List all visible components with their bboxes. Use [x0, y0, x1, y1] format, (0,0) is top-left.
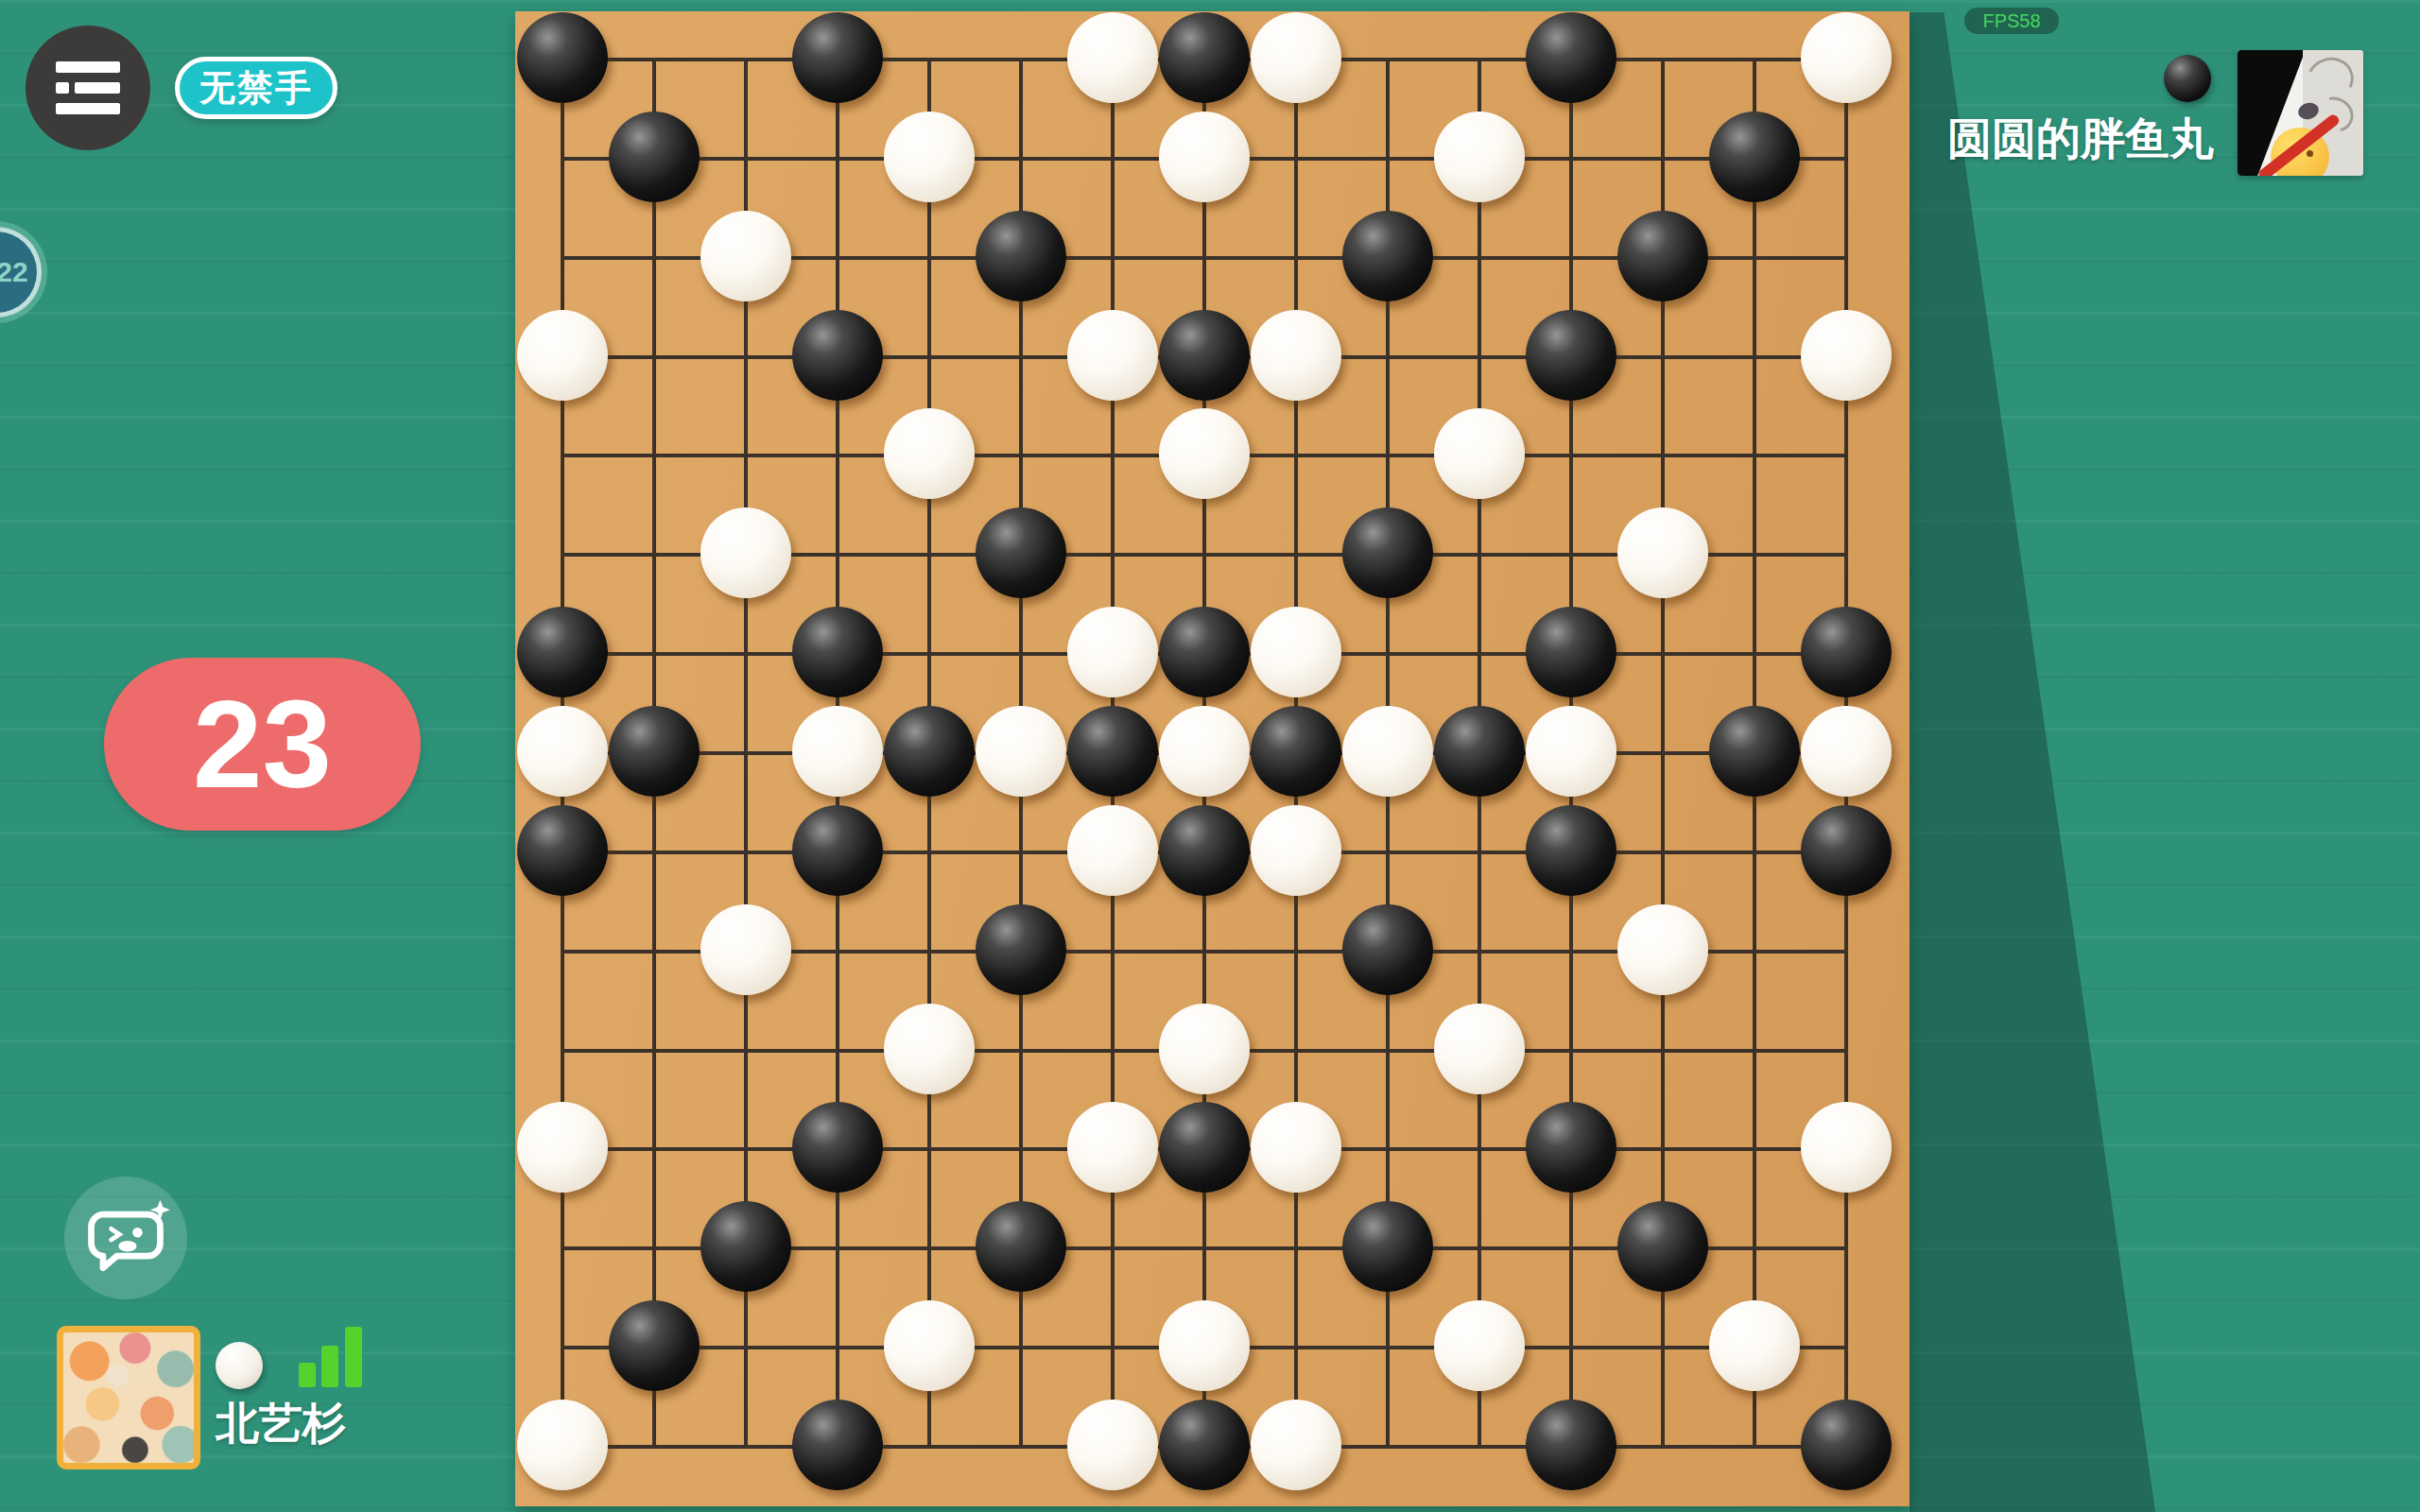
- connection-signal-icon: [299, 1314, 365, 1387]
- white-stone: [1067, 607, 1158, 697]
- player-white-name: 北艺杉: [216, 1395, 346, 1453]
- black-stone: [976, 507, 1066, 598]
- black-stone: [976, 904, 1066, 995]
- white-stone: [1801, 12, 1892, 103]
- black-stone: [1159, 805, 1250, 896]
- white-stone: [1342, 706, 1433, 797]
- black-stone: [1526, 12, 1616, 103]
- rule-badge-label: 无禁手: [199, 64, 313, 112]
- black-stone: [1159, 1102, 1250, 1193]
- white-stone: [1801, 1102, 1892, 1193]
- black-stone: [792, 1102, 883, 1193]
- player-white-avatar[interactable]: [57, 1326, 200, 1469]
- black-stone: [1526, 1102, 1616, 1193]
- black-stone: [1617, 1201, 1708, 1292]
- white-stone: [792, 706, 883, 797]
- black-stone: [1067, 706, 1158, 797]
- black-stone: [1159, 12, 1250, 103]
- black-stone: [1801, 1400, 1892, 1490]
- white-stone: [884, 1300, 975, 1391]
- move-counter-pill: 23: [104, 658, 421, 831]
- white-stone: [1251, 607, 1341, 697]
- white-stone: [700, 904, 791, 995]
- white-stone: [1526, 706, 1616, 797]
- white-stone: [1434, 112, 1525, 202]
- black-stone: [1342, 211, 1433, 301]
- black-stone: [792, 607, 883, 697]
- black-stone: [792, 310, 883, 401]
- white-stone: [1434, 1300, 1525, 1391]
- white-stone: [1709, 1300, 1800, 1391]
- white-stone: [1801, 706, 1892, 797]
- chat-bubble-wink-icon: [80, 1193, 171, 1283]
- black-stone: [792, 805, 883, 896]
- black-stone: [1526, 310, 1616, 401]
- black-stone: [700, 1201, 791, 1292]
- black-stone: [1617, 211, 1708, 301]
- white-stone: [517, 706, 608, 797]
- white-stone: [1159, 1300, 1250, 1391]
- white-stone: [976, 706, 1066, 797]
- white-stone: [1617, 507, 1708, 598]
- white-stone: [1801, 310, 1892, 401]
- black-stone: [517, 607, 608, 697]
- white-stone: [517, 1102, 608, 1193]
- side-timer-value: 22: [0, 256, 28, 288]
- emote-chat-button[interactable]: [64, 1177, 187, 1299]
- black-stone: [1709, 706, 1800, 797]
- hamburger-menu-icon: [56, 61, 120, 114]
- black-stone: [1526, 805, 1616, 896]
- gomoku-board[interactable]: [515, 11, 1910, 1506]
- black-stone: [1801, 805, 1892, 896]
- black-stone: [1159, 1400, 1250, 1490]
- white-stone: [1434, 408, 1525, 499]
- white-stone: [700, 211, 791, 301]
- white-stone: [1251, 805, 1341, 896]
- white-stone: [1251, 1102, 1341, 1193]
- white-stone: [517, 310, 608, 401]
- black-stone: [1709, 112, 1800, 202]
- game-screen: 无禁手 22 23 北艺杉 FPS58 圆圆的胖鱼丸: [0, 0, 2420, 1512]
- white-stone: [1251, 310, 1341, 401]
- fps-badge: FPS58: [1964, 8, 2059, 34]
- black-stone: [1434, 706, 1525, 797]
- black-stone: [884, 706, 975, 797]
- black-stone: [517, 12, 608, 103]
- menu-button[interactable]: [26, 26, 150, 150]
- white-stone: [1617, 904, 1708, 995]
- white-stone: [1067, 1102, 1158, 1193]
- black-stone: [976, 211, 1066, 301]
- white-stone: [884, 408, 975, 499]
- white-stone: [1159, 706, 1250, 797]
- stones-layer: [562, 60, 1846, 1447]
- white-stone: [1159, 112, 1250, 202]
- white-stone: [884, 1004, 975, 1094]
- white-stone-indicator: [216, 1342, 263, 1389]
- fps-value: FPS58: [1982, 10, 2040, 32]
- player-black-name: 圆圆的胖鱼丸: [1947, 110, 2214, 169]
- white-stone: [884, 112, 975, 202]
- black-stone: [792, 1400, 883, 1490]
- white-stone: [1067, 805, 1158, 896]
- black-stone: [976, 1201, 1066, 1292]
- black-stone: [1159, 310, 1250, 401]
- black-stone: [517, 805, 608, 896]
- black-stone: [1159, 607, 1250, 697]
- white-stone: [1067, 12, 1158, 103]
- white-stone: [700, 507, 791, 598]
- white-stone: [1434, 1004, 1525, 1094]
- black-stone: [1801, 607, 1892, 697]
- black-stone-indicator: [2164, 55, 2211, 102]
- white-stone: [1251, 12, 1341, 103]
- black-stone: [1526, 1400, 1616, 1490]
- black-stone: [1342, 904, 1433, 995]
- black-stone: [609, 112, 700, 202]
- rule-badge: 无禁手: [175, 57, 337, 119]
- white-stone: [1067, 310, 1158, 401]
- player-black-avatar[interactable]: [2238, 50, 2363, 176]
- white-stone: [1251, 1400, 1341, 1490]
- white-stone: [1159, 1004, 1250, 1094]
- black-stone: [609, 1300, 700, 1391]
- black-stone: [1342, 507, 1433, 598]
- black-stone: [1526, 607, 1616, 697]
- black-stone: [609, 706, 700, 797]
- move-counter-value: 23: [193, 682, 332, 807]
- white-stone: [1159, 408, 1250, 499]
- white-stone: [517, 1400, 608, 1490]
- black-stone: [1342, 1201, 1433, 1292]
- white-stone: [1067, 1400, 1158, 1490]
- black-stone: [1251, 706, 1341, 797]
- black-stone: [792, 12, 883, 103]
